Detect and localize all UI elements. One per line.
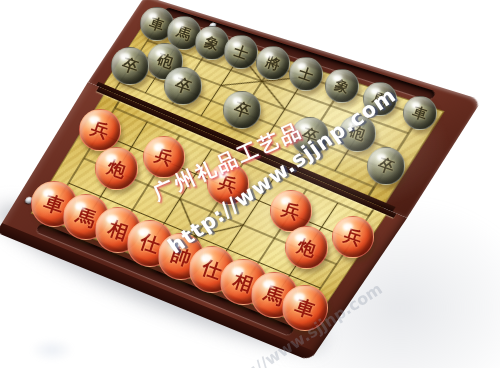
glass-highlight xyxy=(300,124,309,130)
red-cannon[interactable]: 炮 xyxy=(95,147,138,190)
red-soldier[interactable]: 兵 xyxy=(143,136,185,178)
glass-highlight xyxy=(265,52,273,58)
black-soldier[interactable]: 卒 xyxy=(223,91,261,129)
glass-highlight xyxy=(412,102,420,108)
black-advisor[interactable]: 士 xyxy=(224,35,258,69)
glass-highlight xyxy=(281,197,291,204)
black-soldier[interactable]: 卒 xyxy=(291,117,329,155)
glass-highlight xyxy=(106,154,117,161)
red-soldier[interactable]: 兵 xyxy=(207,163,249,205)
glass-highlight xyxy=(154,143,164,150)
glass-highlight xyxy=(218,170,228,177)
glass-highlight xyxy=(43,189,54,197)
glass-highlight xyxy=(120,53,129,59)
black-soldier[interactable]: 卒 xyxy=(164,67,202,105)
glass-highlight xyxy=(233,97,242,103)
red-chariot[interactable]: 車 xyxy=(282,285,328,331)
glass-highlight xyxy=(333,75,341,81)
glass-highlight xyxy=(173,74,182,80)
glass-highlight xyxy=(377,154,386,160)
glass-highlight xyxy=(371,88,379,94)
red-soldier[interactable]: 兵 xyxy=(332,216,374,258)
red-cannon[interactable]: 炮 xyxy=(285,226,328,269)
black-soldier[interactable]: 卒 xyxy=(367,147,405,185)
glass-highlight xyxy=(232,267,243,275)
glass-highlight xyxy=(263,280,274,288)
glass-highlight xyxy=(175,22,183,28)
black-general[interactable]: 將 xyxy=(256,46,290,80)
red-soldier[interactable]: 兵 xyxy=(79,109,121,151)
black-horse[interactable]: 馬 xyxy=(363,82,397,116)
product-photo: 車馬象士將士象馬車砲砲卒卒卒卒卒兵兵兵兵兵炮炮車馬相仕帥仕相馬車 广州礼品工艺品… xyxy=(0,0,500,368)
glass-highlight xyxy=(156,50,165,56)
black-advisor[interactable]: 士 xyxy=(289,57,323,91)
corner-smudge xyxy=(30,338,74,362)
glass-highlight xyxy=(349,121,358,127)
glass-highlight xyxy=(294,293,305,301)
black-chariot[interactable]: 車 xyxy=(403,96,437,130)
black-elephant[interactable]: 象 xyxy=(325,69,359,103)
glass-highlight xyxy=(75,202,86,210)
black-soldier[interactable]: 卒 xyxy=(111,47,149,85)
glass-highlight xyxy=(203,32,211,38)
black-cannon[interactable]: 砲 xyxy=(339,115,376,152)
